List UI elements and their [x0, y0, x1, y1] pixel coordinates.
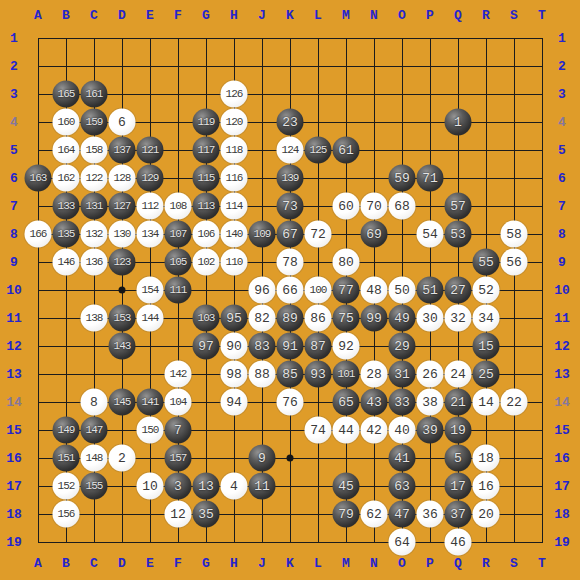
point-J14[interactable]	[248, 388, 276, 416]
point-C19[interactable]	[80, 528, 108, 556]
point-H16[interactable]	[220, 444, 248, 472]
point-A1[interactable]	[24, 24, 52, 52]
point-C8[interactable]: 132	[80, 220, 108, 248]
point-F17[interactable]: 3	[164, 472, 192, 500]
point-P4[interactable]	[416, 108, 444, 136]
point-H17[interactable]: 4	[220, 472, 248, 500]
point-O8[interactable]	[388, 220, 416, 248]
point-J9[interactable]	[248, 248, 276, 276]
point-G13[interactable]	[192, 360, 220, 388]
point-T4[interactable]	[528, 108, 556, 136]
point-B10[interactable]	[52, 276, 80, 304]
point-S9[interactable]: 56	[500, 248, 528, 276]
point-B6[interactable]: 162	[52, 164, 80, 192]
point-Q14[interactable]: 21	[444, 388, 472, 416]
point-H7[interactable]: 114	[220, 192, 248, 220]
point-F2[interactable]	[164, 52, 192, 80]
point-F15[interactable]: 7	[164, 416, 192, 444]
point-L17[interactable]	[304, 472, 332, 500]
point-B8[interactable]: 135	[52, 220, 80, 248]
point-R6[interactable]	[472, 164, 500, 192]
point-B4[interactable]: 160	[52, 108, 80, 136]
point-J11[interactable]: 82	[248, 304, 276, 332]
point-K13[interactable]: 85	[276, 360, 304, 388]
point-P7[interactable]	[416, 192, 444, 220]
point-M3[interactable]	[332, 80, 360, 108]
point-L11[interactable]: 86	[304, 304, 332, 332]
point-R18[interactable]: 20	[472, 500, 500, 528]
point-A12[interactable]	[24, 332, 52, 360]
point-H1[interactable]	[220, 24, 248, 52]
point-L9[interactable]	[304, 248, 332, 276]
point-G2[interactable]	[192, 52, 220, 80]
point-F3[interactable]	[164, 80, 192, 108]
point-N19[interactable]	[360, 528, 388, 556]
point-C3[interactable]: 161	[80, 80, 108, 108]
point-S18[interactable]	[500, 500, 528, 528]
point-L7[interactable]	[304, 192, 332, 220]
point-L5[interactable]: 125	[304, 136, 332, 164]
point-F1[interactable]	[164, 24, 192, 52]
point-N15[interactable]: 42	[360, 416, 388, 444]
point-N10[interactable]: 48	[360, 276, 388, 304]
point-N11[interactable]: 99	[360, 304, 388, 332]
point-D6[interactable]: 128	[108, 164, 136, 192]
point-D10[interactable]	[108, 276, 136, 304]
point-R1[interactable]	[472, 24, 500, 52]
point-C11[interactable]: 138	[80, 304, 108, 332]
point-K15[interactable]	[276, 416, 304, 444]
point-E9[interactable]	[136, 248, 164, 276]
point-B18[interactable]: 156	[52, 500, 80, 528]
point-T18[interactable]	[528, 500, 556, 528]
point-T10[interactable]	[528, 276, 556, 304]
point-R7[interactable]	[472, 192, 500, 220]
point-M19[interactable]	[332, 528, 360, 556]
point-A14[interactable]	[24, 388, 52, 416]
point-N1[interactable]	[360, 24, 388, 52]
point-K10[interactable]: 66	[276, 276, 304, 304]
point-R16[interactable]: 18	[472, 444, 500, 472]
point-S15[interactable]	[500, 416, 528, 444]
point-B12[interactable]	[52, 332, 80, 360]
point-C4[interactable]: 159	[80, 108, 108, 136]
point-D13[interactable]	[108, 360, 136, 388]
point-O18[interactable]: 47	[388, 500, 416, 528]
point-R13[interactable]: 25	[472, 360, 500, 388]
point-M8[interactable]	[332, 220, 360, 248]
point-J10[interactable]: 96	[248, 276, 276, 304]
point-D9[interactable]: 123	[108, 248, 136, 276]
point-T19[interactable]	[528, 528, 556, 556]
point-M1[interactable]	[332, 24, 360, 52]
point-R12[interactable]: 15	[472, 332, 500, 360]
point-T7[interactable]	[528, 192, 556, 220]
point-R3[interactable]	[472, 80, 500, 108]
point-A15[interactable]	[24, 416, 52, 444]
point-G5[interactable]: 117	[192, 136, 220, 164]
point-P12[interactable]	[416, 332, 444, 360]
point-F8[interactable]: 107	[164, 220, 192, 248]
point-B15[interactable]: 149	[52, 416, 80, 444]
point-L12[interactable]: 87	[304, 332, 332, 360]
point-D14[interactable]: 145	[108, 388, 136, 416]
point-B14[interactable]	[52, 388, 80, 416]
point-E1[interactable]	[136, 24, 164, 52]
point-D5[interactable]: 137	[108, 136, 136, 164]
point-R11[interactable]: 34	[472, 304, 500, 332]
point-R15[interactable]	[472, 416, 500, 444]
point-A17[interactable]	[24, 472, 52, 500]
point-Q15[interactable]: 19	[444, 416, 472, 444]
point-N2[interactable]	[360, 52, 388, 80]
point-C16[interactable]: 148	[80, 444, 108, 472]
point-S19[interactable]	[500, 528, 528, 556]
point-S12[interactable]	[500, 332, 528, 360]
point-E17[interactable]: 10	[136, 472, 164, 500]
point-H14[interactable]: 94	[220, 388, 248, 416]
point-F7[interactable]: 108	[164, 192, 192, 220]
point-E6[interactable]: 129	[136, 164, 164, 192]
point-A16[interactable]	[24, 444, 52, 472]
point-E7[interactable]: 112	[136, 192, 164, 220]
point-D3[interactable]	[108, 80, 136, 108]
point-B19[interactable]	[52, 528, 80, 556]
point-O1[interactable]	[388, 24, 416, 52]
point-R8[interactable]	[472, 220, 500, 248]
point-B2[interactable]	[52, 52, 80, 80]
point-R2[interactable]	[472, 52, 500, 80]
point-H9[interactable]: 110	[220, 248, 248, 276]
point-M15[interactable]: 44	[332, 416, 360, 444]
point-N8[interactable]: 69	[360, 220, 388, 248]
point-E2[interactable]	[136, 52, 164, 80]
point-K17[interactable]	[276, 472, 304, 500]
point-D11[interactable]: 153	[108, 304, 136, 332]
point-G16[interactable]	[192, 444, 220, 472]
point-B3[interactable]: 165	[52, 80, 80, 108]
point-M4[interactable]	[332, 108, 360, 136]
point-S4[interactable]	[500, 108, 528, 136]
point-H10[interactable]	[220, 276, 248, 304]
point-B13[interactable]	[52, 360, 80, 388]
point-E19[interactable]	[136, 528, 164, 556]
point-C14[interactable]: 8	[80, 388, 108, 416]
point-Q17[interactable]: 17	[444, 472, 472, 500]
point-P15[interactable]: 39	[416, 416, 444, 444]
point-S3[interactable]	[500, 80, 528, 108]
point-K11[interactable]: 89	[276, 304, 304, 332]
point-P19[interactable]	[416, 528, 444, 556]
point-P8[interactable]: 54	[416, 220, 444, 248]
point-J8[interactable]: 109	[248, 220, 276, 248]
point-J19[interactable]	[248, 528, 276, 556]
point-P1[interactable]	[416, 24, 444, 52]
point-B7[interactable]: 133	[52, 192, 80, 220]
point-G3[interactable]	[192, 80, 220, 108]
point-P13[interactable]: 26	[416, 360, 444, 388]
point-R17[interactable]: 16	[472, 472, 500, 500]
point-M12[interactable]: 92	[332, 332, 360, 360]
point-E5[interactable]: 121	[136, 136, 164, 164]
point-A7[interactable]	[24, 192, 52, 220]
point-O11[interactable]: 49	[388, 304, 416, 332]
point-E11[interactable]: 144	[136, 304, 164, 332]
point-L3[interactable]	[304, 80, 332, 108]
point-K18[interactable]	[276, 500, 304, 528]
point-K5[interactable]: 124	[276, 136, 304, 164]
point-O19[interactable]: 64	[388, 528, 416, 556]
point-A2[interactable]	[24, 52, 52, 80]
point-N3[interactable]	[360, 80, 388, 108]
point-M17[interactable]: 45	[332, 472, 360, 500]
point-L14[interactable]	[304, 388, 332, 416]
point-M18[interactable]: 79	[332, 500, 360, 528]
point-M16[interactable]	[332, 444, 360, 472]
point-H18[interactable]	[220, 500, 248, 528]
point-T8[interactable]	[528, 220, 556, 248]
point-L1[interactable]	[304, 24, 332, 52]
point-A5[interactable]	[24, 136, 52, 164]
point-A19[interactable]	[24, 528, 52, 556]
point-D18[interactable]	[108, 500, 136, 528]
point-C9[interactable]: 136	[80, 248, 108, 276]
point-B9[interactable]: 146	[52, 248, 80, 276]
point-D7[interactable]: 127	[108, 192, 136, 220]
point-F5[interactable]	[164, 136, 192, 164]
point-S11[interactable]	[500, 304, 528, 332]
point-M13[interactable]: 101	[332, 360, 360, 388]
point-N5[interactable]	[360, 136, 388, 164]
point-M6[interactable]	[332, 164, 360, 192]
point-J1[interactable]	[248, 24, 276, 52]
point-R9[interactable]: 55	[472, 248, 500, 276]
point-E16[interactable]	[136, 444, 164, 472]
point-R19[interactable]	[472, 528, 500, 556]
point-F16[interactable]: 157	[164, 444, 192, 472]
point-E15[interactable]: 150	[136, 416, 164, 444]
point-S14[interactable]: 22	[500, 388, 528, 416]
point-Q2[interactable]	[444, 52, 472, 80]
point-B11[interactable]	[52, 304, 80, 332]
point-C13[interactable]	[80, 360, 108, 388]
point-K14[interactable]: 76	[276, 388, 304, 416]
point-T5[interactable]	[528, 136, 556, 164]
point-J7[interactable]	[248, 192, 276, 220]
point-N14[interactable]: 43	[360, 388, 388, 416]
point-Q4[interactable]: 1	[444, 108, 472, 136]
point-O5[interactable]	[388, 136, 416, 164]
point-T6[interactable]	[528, 164, 556, 192]
point-L8[interactable]: 72	[304, 220, 332, 248]
point-P5[interactable]	[416, 136, 444, 164]
point-K4[interactable]: 23	[276, 108, 304, 136]
point-T2[interactable]	[528, 52, 556, 80]
point-J4[interactable]	[248, 108, 276, 136]
point-P14[interactable]: 38	[416, 388, 444, 416]
point-N17[interactable]	[360, 472, 388, 500]
point-G18[interactable]: 35	[192, 500, 220, 528]
point-M14[interactable]: 65	[332, 388, 360, 416]
point-E8[interactable]: 134	[136, 220, 164, 248]
point-J13[interactable]: 88	[248, 360, 276, 388]
point-G6[interactable]: 115	[192, 164, 220, 192]
point-T14[interactable]	[528, 388, 556, 416]
point-G10[interactable]	[192, 276, 220, 304]
point-E3[interactable]	[136, 80, 164, 108]
point-B1[interactable]	[52, 24, 80, 52]
point-J2[interactable]	[248, 52, 276, 80]
point-G8[interactable]: 106	[192, 220, 220, 248]
point-O2[interactable]	[388, 52, 416, 80]
point-R14[interactable]: 14	[472, 388, 500, 416]
point-C15[interactable]: 147	[80, 416, 108, 444]
point-L16[interactable]	[304, 444, 332, 472]
point-R10[interactable]: 52	[472, 276, 500, 304]
point-F12[interactable]	[164, 332, 192, 360]
point-A4[interactable]	[24, 108, 52, 136]
point-T9[interactable]	[528, 248, 556, 276]
point-S1[interactable]	[500, 24, 528, 52]
point-P10[interactable]: 51	[416, 276, 444, 304]
point-H12[interactable]: 90	[220, 332, 248, 360]
point-A18[interactable]	[24, 500, 52, 528]
point-M9[interactable]: 80	[332, 248, 360, 276]
point-Q7[interactable]: 57	[444, 192, 472, 220]
point-F6[interactable]	[164, 164, 192, 192]
point-J6[interactable]	[248, 164, 276, 192]
point-F10[interactable]: 111	[164, 276, 192, 304]
point-D16[interactable]: 2	[108, 444, 136, 472]
point-Q13[interactable]: 24	[444, 360, 472, 388]
point-K6[interactable]: 139	[276, 164, 304, 192]
point-O15[interactable]: 40	[388, 416, 416, 444]
point-L4[interactable]	[304, 108, 332, 136]
point-A13[interactable]	[24, 360, 52, 388]
point-F11[interactable]	[164, 304, 192, 332]
point-G4[interactable]: 119	[192, 108, 220, 136]
point-H8[interactable]: 140	[220, 220, 248, 248]
point-K8[interactable]: 67	[276, 220, 304, 248]
point-H3[interactable]: 126	[220, 80, 248, 108]
point-L10[interactable]: 100	[304, 276, 332, 304]
point-N7[interactable]: 70	[360, 192, 388, 220]
point-C5[interactable]: 158	[80, 136, 108, 164]
point-S16[interactable]	[500, 444, 528, 472]
point-N9[interactable]	[360, 248, 388, 276]
point-G17[interactable]: 13	[192, 472, 220, 500]
point-O14[interactable]: 33	[388, 388, 416, 416]
point-L2[interactable]	[304, 52, 332, 80]
point-H15[interactable]	[220, 416, 248, 444]
point-G14[interactable]	[192, 388, 220, 416]
point-T15[interactable]	[528, 416, 556, 444]
point-Q6[interactable]	[444, 164, 472, 192]
point-F18[interactable]: 12	[164, 500, 192, 528]
point-E14[interactable]: 141	[136, 388, 164, 416]
point-Q19[interactable]: 46	[444, 528, 472, 556]
point-S10[interactable]	[500, 276, 528, 304]
point-J3[interactable]	[248, 80, 276, 108]
point-Q5[interactable]	[444, 136, 472, 164]
point-A9[interactable]	[24, 248, 52, 276]
point-K7[interactable]: 73	[276, 192, 304, 220]
point-T16[interactable]	[528, 444, 556, 472]
point-C1[interactable]	[80, 24, 108, 52]
point-F13[interactable]: 142	[164, 360, 192, 388]
point-L13[interactable]: 93	[304, 360, 332, 388]
point-H4[interactable]: 120	[220, 108, 248, 136]
point-G19[interactable]	[192, 528, 220, 556]
point-P17[interactable]	[416, 472, 444, 500]
point-Q18[interactable]: 37	[444, 500, 472, 528]
point-P11[interactable]: 30	[416, 304, 444, 332]
point-P16[interactable]	[416, 444, 444, 472]
point-D17[interactable]	[108, 472, 136, 500]
point-O6[interactable]: 59	[388, 164, 416, 192]
point-S17[interactable]	[500, 472, 528, 500]
point-Q11[interactable]: 32	[444, 304, 472, 332]
point-E4[interactable]	[136, 108, 164, 136]
point-J16[interactable]: 9	[248, 444, 276, 472]
point-C10[interactable]	[80, 276, 108, 304]
point-Q10[interactable]: 27	[444, 276, 472, 304]
point-L18[interactable]	[304, 500, 332, 528]
point-T13[interactable]	[528, 360, 556, 388]
point-E18[interactable]	[136, 500, 164, 528]
point-L6[interactable]	[304, 164, 332, 192]
point-T12[interactable]	[528, 332, 556, 360]
point-C18[interactable]	[80, 500, 108, 528]
point-D12[interactable]: 143	[108, 332, 136, 360]
point-S6[interactable]	[500, 164, 528, 192]
point-R4[interactable]	[472, 108, 500, 136]
point-P6[interactable]: 71	[416, 164, 444, 192]
point-S13[interactable]	[500, 360, 528, 388]
point-D1[interactable]	[108, 24, 136, 52]
point-O12[interactable]: 29	[388, 332, 416, 360]
point-Q9[interactable]	[444, 248, 472, 276]
point-A8[interactable]: 166	[24, 220, 52, 248]
point-F19[interactable]	[164, 528, 192, 556]
point-D19[interactable]	[108, 528, 136, 556]
point-J18[interactable]	[248, 500, 276, 528]
point-E12[interactable]	[136, 332, 164, 360]
point-G1[interactable]	[192, 24, 220, 52]
point-N12[interactable]	[360, 332, 388, 360]
point-S7[interactable]	[500, 192, 528, 220]
point-R5[interactable]	[472, 136, 500, 164]
point-G12[interactable]: 97	[192, 332, 220, 360]
point-O13[interactable]: 31	[388, 360, 416, 388]
point-T3[interactable]	[528, 80, 556, 108]
point-H11[interactable]: 95	[220, 304, 248, 332]
point-M7[interactable]: 60	[332, 192, 360, 220]
point-S2[interactable]	[500, 52, 528, 80]
point-K2[interactable]	[276, 52, 304, 80]
point-B16[interactable]: 151	[52, 444, 80, 472]
point-T11[interactable]	[528, 304, 556, 332]
point-G15[interactable]	[192, 416, 220, 444]
point-K19[interactable]	[276, 528, 304, 556]
point-N4[interactable]	[360, 108, 388, 136]
point-A10[interactable]	[24, 276, 52, 304]
point-K9[interactable]: 78	[276, 248, 304, 276]
point-O4[interactable]	[388, 108, 416, 136]
point-Q1[interactable]	[444, 24, 472, 52]
point-S5[interactable]	[500, 136, 528, 164]
point-T17[interactable]	[528, 472, 556, 500]
